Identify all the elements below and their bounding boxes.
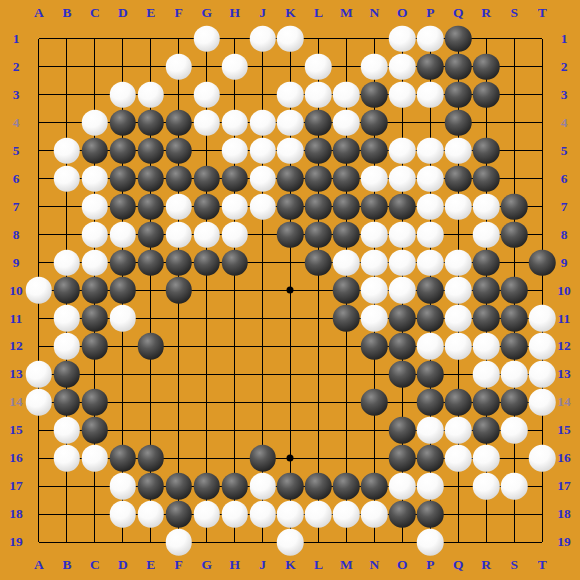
intersection-K10[interactable] <box>277 277 305 305</box>
intersection-N11[interactable] <box>360 304 388 332</box>
intersection-N7[interactable] <box>360 193 388 221</box>
intersection-S15[interactable] <box>500 416 528 444</box>
intersection-J12[interactable] <box>249 332 277 360</box>
intersection-E19[interactable] <box>137 528 165 556</box>
intersection-D4[interactable] <box>109 109 137 137</box>
intersection-M19[interactable] <box>332 528 360 556</box>
intersection-G9[interactable] <box>193 249 221 277</box>
intersection-F6[interactable] <box>165 165 193 193</box>
intersection-S18[interactable] <box>500 500 528 528</box>
intersection-N3[interactable] <box>360 81 388 109</box>
intersection-B9[interactable] <box>53 249 81 277</box>
intersection-N17[interactable] <box>360 472 388 500</box>
intersection-D3[interactable] <box>109 81 137 109</box>
intersection-H17[interactable] <box>221 472 249 500</box>
intersection-L12[interactable] <box>304 332 332 360</box>
intersection-O6[interactable] <box>388 165 416 193</box>
intersection-K6[interactable] <box>277 165 305 193</box>
intersection-M5[interactable] <box>332 137 360 165</box>
intersection-K11[interactable] <box>277 304 305 332</box>
intersection-P4[interactable] <box>416 109 444 137</box>
intersection-T3[interactable] <box>528 81 556 109</box>
intersection-F8[interactable] <box>165 221 193 249</box>
intersection-J14[interactable] <box>249 388 277 416</box>
intersection-R19[interactable] <box>472 528 500 556</box>
intersection-L19[interactable] <box>304 528 332 556</box>
intersection-E8[interactable] <box>137 221 165 249</box>
intersection-J16[interactable] <box>249 444 277 472</box>
intersection-N4[interactable] <box>360 109 388 137</box>
intersection-K15[interactable] <box>277 416 305 444</box>
intersection-C12[interactable] <box>81 332 109 360</box>
intersection-O7[interactable] <box>388 193 416 221</box>
intersection-J11[interactable] <box>249 304 277 332</box>
intersection-D8[interactable] <box>109 221 137 249</box>
intersection-R13[interactable] <box>472 360 500 388</box>
intersection-B15[interactable] <box>53 416 81 444</box>
intersection-O18[interactable] <box>388 500 416 528</box>
intersection-F5[interactable] <box>165 137 193 165</box>
intersection-P11[interactable] <box>416 304 444 332</box>
intersection-T11[interactable] <box>528 304 556 332</box>
intersection-B19[interactable] <box>53 528 81 556</box>
intersection-E5[interactable] <box>137 137 165 165</box>
intersection-M17[interactable] <box>332 472 360 500</box>
intersection-K4[interactable] <box>277 109 305 137</box>
intersection-A6[interactable] <box>25 165 53 193</box>
intersection-E14[interactable] <box>137 388 165 416</box>
intersection-J9[interactable] <box>249 249 277 277</box>
intersection-R7[interactable] <box>472 193 500 221</box>
intersection-S1[interactable] <box>500 25 528 53</box>
intersection-E7[interactable] <box>137 193 165 221</box>
intersection-C4[interactable] <box>81 109 109 137</box>
intersection-J18[interactable] <box>249 500 277 528</box>
intersection-Q6[interactable] <box>444 165 472 193</box>
intersection-P16[interactable] <box>416 444 444 472</box>
intersection-E9[interactable] <box>137 249 165 277</box>
intersection-T19[interactable] <box>528 528 556 556</box>
intersection-L8[interactable] <box>304 221 332 249</box>
intersection-D1[interactable] <box>109 25 137 53</box>
intersection-C5[interactable] <box>81 137 109 165</box>
intersection-N9[interactable] <box>360 249 388 277</box>
intersection-N16[interactable] <box>360 444 388 472</box>
intersection-B10[interactable] <box>53 277 81 305</box>
intersection-C11[interactable] <box>81 304 109 332</box>
intersection-O3[interactable] <box>388 81 416 109</box>
intersection-Q9[interactable] <box>444 249 472 277</box>
intersection-A12[interactable] <box>25 332 53 360</box>
intersection-S2[interactable] <box>500 53 528 81</box>
intersection-A17[interactable] <box>25 472 53 500</box>
intersection-D10[interactable] <box>109 277 137 305</box>
intersection-S13[interactable] <box>500 360 528 388</box>
intersection-M1[interactable] <box>332 25 360 53</box>
intersection-O17[interactable] <box>388 472 416 500</box>
intersection-L3[interactable] <box>304 81 332 109</box>
intersection-O16[interactable] <box>388 444 416 472</box>
intersection-K18[interactable] <box>277 500 305 528</box>
intersection-L7[interactable] <box>304 193 332 221</box>
intersection-T15[interactable] <box>528 416 556 444</box>
intersection-P1[interactable] <box>416 25 444 53</box>
intersection-H11[interactable] <box>221 304 249 332</box>
intersection-D17[interactable] <box>109 472 137 500</box>
intersection-S9[interactable] <box>500 249 528 277</box>
intersection-H7[interactable] <box>221 193 249 221</box>
intersection-H5[interactable] <box>221 137 249 165</box>
intersection-S16[interactable] <box>500 444 528 472</box>
intersection-K1[interactable] <box>277 25 305 53</box>
intersection-B11[interactable] <box>53 304 81 332</box>
intersection-N12[interactable] <box>360 332 388 360</box>
intersection-Q13[interactable] <box>444 360 472 388</box>
intersection-Q19[interactable] <box>444 528 472 556</box>
intersection-T14[interactable] <box>528 388 556 416</box>
intersection-M9[interactable] <box>332 249 360 277</box>
intersection-O14[interactable] <box>388 388 416 416</box>
intersection-J4[interactable] <box>249 109 277 137</box>
intersection-H10[interactable] <box>221 277 249 305</box>
intersection-G15[interactable] <box>193 416 221 444</box>
intersection-P7[interactable] <box>416 193 444 221</box>
intersection-E17[interactable] <box>137 472 165 500</box>
intersection-T12[interactable] <box>528 332 556 360</box>
intersection-P18[interactable] <box>416 500 444 528</box>
intersection-O13[interactable] <box>388 360 416 388</box>
intersection-F11[interactable] <box>165 304 193 332</box>
intersection-M15[interactable] <box>332 416 360 444</box>
intersection-L11[interactable] <box>304 304 332 332</box>
intersection-E3[interactable] <box>137 81 165 109</box>
intersection-T16[interactable] <box>528 444 556 472</box>
intersection-E4[interactable] <box>137 109 165 137</box>
intersection-R8[interactable] <box>472 221 500 249</box>
intersection-D6[interactable] <box>109 165 137 193</box>
intersection-G7[interactable] <box>193 193 221 221</box>
intersection-Q11[interactable] <box>444 304 472 332</box>
intersection-F14[interactable] <box>165 388 193 416</box>
intersection-A11[interactable] <box>25 304 53 332</box>
intersection-G13[interactable] <box>193 360 221 388</box>
intersection-O12[interactable] <box>388 332 416 360</box>
intersection-P9[interactable] <box>416 249 444 277</box>
intersection-H1[interactable] <box>221 25 249 53</box>
intersection-D12[interactable] <box>109 332 137 360</box>
intersection-R5[interactable] <box>472 137 500 165</box>
intersection-H9[interactable] <box>221 249 249 277</box>
intersection-D2[interactable] <box>109 53 137 81</box>
intersection-P10[interactable] <box>416 277 444 305</box>
intersection-B4[interactable] <box>53 109 81 137</box>
intersection-C18[interactable] <box>81 500 109 528</box>
intersection-K16[interactable] <box>277 444 305 472</box>
intersection-C3[interactable] <box>81 81 109 109</box>
intersection-F12[interactable] <box>165 332 193 360</box>
intersection-L17[interactable] <box>304 472 332 500</box>
intersection-R16[interactable] <box>472 444 500 472</box>
intersection-K5[interactable] <box>277 137 305 165</box>
intersection-C16[interactable] <box>81 444 109 472</box>
intersection-T17[interactable] <box>528 472 556 500</box>
intersection-S8[interactable] <box>500 221 528 249</box>
intersection-B2[interactable] <box>53 53 81 81</box>
intersection-D9[interactable] <box>109 249 137 277</box>
intersection-K17[interactable] <box>277 472 305 500</box>
intersection-E16[interactable] <box>137 444 165 472</box>
intersection-F18[interactable] <box>165 500 193 528</box>
intersection-H15[interactable] <box>221 416 249 444</box>
intersection-P3[interactable] <box>416 81 444 109</box>
intersection-F4[interactable] <box>165 109 193 137</box>
intersection-O8[interactable] <box>388 221 416 249</box>
intersection-B18[interactable] <box>53 500 81 528</box>
intersection-M11[interactable] <box>332 304 360 332</box>
intersection-O19[interactable] <box>388 528 416 556</box>
intersection-O4[interactable] <box>388 109 416 137</box>
intersection-J7[interactable] <box>249 193 277 221</box>
intersection-F13[interactable] <box>165 360 193 388</box>
intersection-O15[interactable] <box>388 416 416 444</box>
intersection-E2[interactable] <box>137 53 165 81</box>
intersection-G18[interactable] <box>193 500 221 528</box>
intersection-G16[interactable] <box>193 444 221 472</box>
intersection-H19[interactable] <box>221 528 249 556</box>
intersection-K3[interactable] <box>277 81 305 109</box>
intersection-L2[interactable] <box>304 53 332 81</box>
intersection-M10[interactable] <box>332 277 360 305</box>
intersection-O1[interactable] <box>388 25 416 53</box>
intersection-A1[interactable] <box>25 25 53 53</box>
intersection-R10[interactable] <box>472 277 500 305</box>
intersection-P13[interactable] <box>416 360 444 388</box>
intersection-D7[interactable] <box>109 193 137 221</box>
intersection-L18[interactable] <box>304 500 332 528</box>
intersection-G3[interactable] <box>193 81 221 109</box>
intersection-A9[interactable] <box>25 249 53 277</box>
intersection-P19[interactable] <box>416 528 444 556</box>
intersection-Q14[interactable] <box>444 388 472 416</box>
intersection-G8[interactable] <box>193 221 221 249</box>
intersection-P8[interactable] <box>416 221 444 249</box>
intersection-G12[interactable] <box>193 332 221 360</box>
intersection-C7[interactable] <box>81 193 109 221</box>
intersection-C17[interactable] <box>81 472 109 500</box>
intersection-B17[interactable] <box>53 472 81 500</box>
intersection-G19[interactable] <box>193 528 221 556</box>
intersection-L15[interactable] <box>304 416 332 444</box>
intersection-E18[interactable] <box>137 500 165 528</box>
intersection-K9[interactable] <box>277 249 305 277</box>
intersection-M3[interactable] <box>332 81 360 109</box>
intersection-M4[interactable] <box>332 109 360 137</box>
intersection-T1[interactable] <box>528 25 556 53</box>
intersection-M12[interactable] <box>332 332 360 360</box>
intersection-T18[interactable] <box>528 500 556 528</box>
intersection-O2[interactable] <box>388 53 416 81</box>
intersection-A5[interactable] <box>25 137 53 165</box>
intersection-M18[interactable] <box>332 500 360 528</box>
intersection-N13[interactable] <box>360 360 388 388</box>
intersection-C8[interactable] <box>81 221 109 249</box>
intersection-L16[interactable] <box>304 444 332 472</box>
intersection-Q10[interactable] <box>444 277 472 305</box>
intersection-D5[interactable] <box>109 137 137 165</box>
intersection-R4[interactable] <box>472 109 500 137</box>
intersection-H6[interactable] <box>221 165 249 193</box>
intersection-G5[interactable] <box>193 137 221 165</box>
intersection-T10[interactable] <box>528 277 556 305</box>
intersection-E13[interactable] <box>137 360 165 388</box>
intersection-K7[interactable] <box>277 193 305 221</box>
intersection-Q4[interactable] <box>444 109 472 137</box>
intersection-T9[interactable] <box>528 249 556 277</box>
intersection-R3[interactable] <box>472 81 500 109</box>
intersection-S6[interactable] <box>500 165 528 193</box>
intersection-R14[interactable] <box>472 388 500 416</box>
intersection-G2[interactable] <box>193 53 221 81</box>
intersection-N19[interactable] <box>360 528 388 556</box>
intersection-J5[interactable] <box>249 137 277 165</box>
intersection-Q1[interactable] <box>444 25 472 53</box>
intersection-D16[interactable] <box>109 444 137 472</box>
intersection-L6[interactable] <box>304 165 332 193</box>
intersection-A2[interactable] <box>25 53 53 81</box>
intersection-T2[interactable] <box>528 53 556 81</box>
intersection-M6[interactable] <box>332 165 360 193</box>
intersection-K14[interactable] <box>277 388 305 416</box>
intersection-A4[interactable] <box>25 109 53 137</box>
intersection-P12[interactable] <box>416 332 444 360</box>
intersection-E11[interactable] <box>137 304 165 332</box>
intersection-B12[interactable] <box>53 332 81 360</box>
intersection-Q7[interactable] <box>444 193 472 221</box>
intersection-Q3[interactable] <box>444 81 472 109</box>
intersection-Q5[interactable] <box>444 137 472 165</box>
intersection-G14[interactable] <box>193 388 221 416</box>
intersection-B7[interactable] <box>53 193 81 221</box>
intersection-D11[interactable] <box>109 304 137 332</box>
intersection-D18[interactable] <box>109 500 137 528</box>
intersection-L1[interactable] <box>304 25 332 53</box>
intersection-L13[interactable] <box>304 360 332 388</box>
intersection-D13[interactable] <box>109 360 137 388</box>
intersection-H13[interactable] <box>221 360 249 388</box>
intersection-A19[interactable] <box>25 528 53 556</box>
intersection-A18[interactable] <box>25 500 53 528</box>
intersection-B1[interactable] <box>53 25 81 53</box>
intersection-D14[interactable] <box>109 388 137 416</box>
intersection-G4[interactable] <box>193 109 221 137</box>
intersection-P15[interactable] <box>416 416 444 444</box>
intersection-P17[interactable] <box>416 472 444 500</box>
intersection-H3[interactable] <box>221 81 249 109</box>
intersection-C13[interactable] <box>81 360 109 388</box>
intersection-S11[interactable] <box>500 304 528 332</box>
intersection-O11[interactable] <box>388 304 416 332</box>
intersection-Q8[interactable] <box>444 221 472 249</box>
intersection-H12[interactable] <box>221 332 249 360</box>
intersection-G1[interactable] <box>193 25 221 53</box>
intersection-A13[interactable] <box>25 360 53 388</box>
intersection-F9[interactable] <box>165 249 193 277</box>
intersection-M2[interactable] <box>332 53 360 81</box>
intersection-B3[interactable] <box>53 81 81 109</box>
intersection-G10[interactable] <box>193 277 221 305</box>
intersection-A14[interactable] <box>25 388 53 416</box>
intersection-C10[interactable] <box>81 277 109 305</box>
intersection-H8[interactable] <box>221 221 249 249</box>
intersection-B8[interactable] <box>53 221 81 249</box>
intersection-R18[interactable] <box>472 500 500 528</box>
intersection-F15[interactable] <box>165 416 193 444</box>
intersection-Q16[interactable] <box>444 444 472 472</box>
intersection-F7[interactable] <box>165 193 193 221</box>
intersection-O10[interactable] <box>388 277 416 305</box>
intersection-Q18[interactable] <box>444 500 472 528</box>
intersection-T5[interactable] <box>528 137 556 165</box>
intersection-C9[interactable] <box>81 249 109 277</box>
intersection-S19[interactable] <box>500 528 528 556</box>
intersection-C2[interactable] <box>81 53 109 81</box>
intersection-K13[interactable] <box>277 360 305 388</box>
intersection-S5[interactable] <box>500 137 528 165</box>
intersection-N8[interactable] <box>360 221 388 249</box>
intersection-J17[interactable] <box>249 472 277 500</box>
intersection-F3[interactable] <box>165 81 193 109</box>
intersection-L9[interactable] <box>304 249 332 277</box>
intersection-S17[interactable] <box>500 472 528 500</box>
intersection-A7[interactable] <box>25 193 53 221</box>
intersection-D19[interactable] <box>109 528 137 556</box>
intersection-T8[interactable] <box>528 221 556 249</box>
intersection-H14[interactable] <box>221 388 249 416</box>
intersection-N14[interactable] <box>360 388 388 416</box>
intersection-C15[interactable] <box>81 416 109 444</box>
intersection-T4[interactable] <box>528 109 556 137</box>
intersection-K8[interactable] <box>277 221 305 249</box>
intersection-J10[interactable] <box>249 277 277 305</box>
intersection-S12[interactable] <box>500 332 528 360</box>
intersection-G6[interactable] <box>193 165 221 193</box>
intersection-S3[interactable] <box>500 81 528 109</box>
intersection-Q17[interactable] <box>444 472 472 500</box>
intersection-A10[interactable] <box>25 277 53 305</box>
intersection-E10[interactable] <box>137 277 165 305</box>
intersection-B6[interactable] <box>53 165 81 193</box>
intersection-N2[interactable] <box>360 53 388 81</box>
intersection-T6[interactable] <box>528 165 556 193</box>
intersection-B16[interactable] <box>53 444 81 472</box>
intersection-J3[interactable] <box>249 81 277 109</box>
intersection-Q2[interactable] <box>444 53 472 81</box>
intersection-N1[interactable] <box>360 25 388 53</box>
intersection-K12[interactable] <box>277 332 305 360</box>
intersection-P14[interactable] <box>416 388 444 416</box>
intersection-R9[interactable] <box>472 249 500 277</box>
intersection-J15[interactable] <box>249 416 277 444</box>
intersection-R1[interactable] <box>472 25 500 53</box>
intersection-K2[interactable] <box>277 53 305 81</box>
intersection-A15[interactable] <box>25 416 53 444</box>
intersection-N10[interactable] <box>360 277 388 305</box>
intersection-T13[interactable] <box>528 360 556 388</box>
intersection-M7[interactable] <box>332 193 360 221</box>
intersection-T7[interactable] <box>528 193 556 221</box>
intersection-E12[interactable] <box>137 332 165 360</box>
intersection-A8[interactable] <box>25 221 53 249</box>
